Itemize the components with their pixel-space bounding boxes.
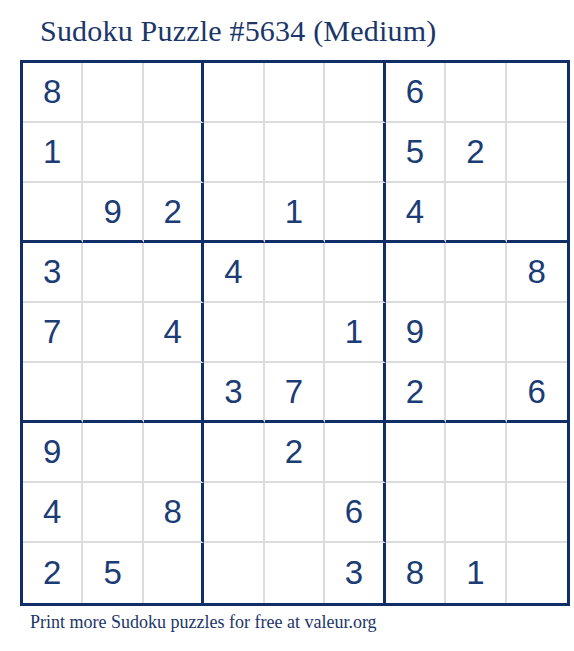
cell-r1c1: 8 <box>23 63 83 123</box>
cell-r2c9[interactable] <box>507 123 567 183</box>
cell-r2c6[interactable] <box>325 123 385 183</box>
cell-r9c9[interactable] <box>507 543 567 603</box>
footer-text: Print more Sudoku puzzles for free at va… <box>30 612 377 633</box>
cell-r8c3: 8 <box>144 483 204 543</box>
cell-r1c4[interactable] <box>204 63 264 123</box>
cell-r5c7: 9 <box>386 303 446 363</box>
cell-r4c8[interactable] <box>446 243 506 303</box>
cell-r4c4: 4 <box>204 243 264 303</box>
cell-r9c7: 8 <box>386 543 446 603</box>
cell-r9c8: 1 <box>446 543 506 603</box>
cell-r2c3[interactable] <box>144 123 204 183</box>
cell-r4c9: 8 <box>507 243 567 303</box>
cell-r4c2[interactable] <box>83 243 143 303</box>
cell-r7c6[interactable] <box>325 423 385 483</box>
cell-r8c6: 6 <box>325 483 385 543</box>
cell-r7c8[interactable] <box>446 423 506 483</box>
cell-r2c1: 1 <box>23 123 83 183</box>
cell-r3c6[interactable] <box>325 183 385 243</box>
cell-r3c2: 9 <box>83 183 143 243</box>
cell-r9c5[interactable] <box>265 543 325 603</box>
cell-r2c5[interactable] <box>265 123 325 183</box>
cell-r7c7[interactable] <box>386 423 446 483</box>
cell-r6c9: 6 <box>507 363 567 423</box>
cell-r1c7: 6 <box>386 63 446 123</box>
cell-r5c6: 1 <box>325 303 385 363</box>
cell-r6c1[interactable] <box>23 363 83 423</box>
cell-r7c4[interactable] <box>204 423 264 483</box>
cell-r9c3[interactable] <box>144 543 204 603</box>
cell-r1c2[interactable] <box>83 63 143 123</box>
cell-r9c2: 5 <box>83 543 143 603</box>
cell-r3c9[interactable] <box>507 183 567 243</box>
cell-r1c3[interactable] <box>144 63 204 123</box>
cell-r2c2[interactable] <box>83 123 143 183</box>
cell-r5c9[interactable] <box>507 303 567 363</box>
cell-r6c7: 2 <box>386 363 446 423</box>
cell-r4c5[interactable] <box>265 243 325 303</box>
cell-r6c6[interactable] <box>325 363 385 423</box>
cell-r4c7[interactable] <box>386 243 446 303</box>
cell-r5c2[interactable] <box>83 303 143 363</box>
cell-r6c4: 3 <box>204 363 264 423</box>
cell-r1c8[interactable] <box>446 63 506 123</box>
cell-r2c4[interactable] <box>204 123 264 183</box>
sudoku-board: 861529214348741937269248625381 <box>20 60 570 606</box>
cell-r2c8: 2 <box>446 123 506 183</box>
cell-r6c5: 7 <box>265 363 325 423</box>
cell-r9c1: 2 <box>23 543 83 603</box>
cell-r3c5: 1 <box>265 183 325 243</box>
cell-r2c7: 5 <box>386 123 446 183</box>
cell-r4c3[interactable] <box>144 243 204 303</box>
cell-r9c6: 3 <box>325 543 385 603</box>
cell-r1c9[interactable] <box>507 63 567 123</box>
cell-r3c7: 4 <box>386 183 446 243</box>
cell-r1c5[interactable] <box>265 63 325 123</box>
cell-r7c9[interactable] <box>507 423 567 483</box>
cell-r8c9[interactable] <box>507 483 567 543</box>
cell-r6c8[interactable] <box>446 363 506 423</box>
cell-r8c4[interactable] <box>204 483 264 543</box>
cell-r8c7[interactable] <box>386 483 446 543</box>
cell-r3c4[interactable] <box>204 183 264 243</box>
cell-r8c2[interactable] <box>83 483 143 543</box>
cell-r5c3: 4 <box>144 303 204 363</box>
cell-r4c1: 3 <box>23 243 83 303</box>
cell-r1c6[interactable] <box>325 63 385 123</box>
cell-r3c8[interactable] <box>446 183 506 243</box>
cell-r3c1[interactable] <box>23 183 83 243</box>
cell-r5c8[interactable] <box>446 303 506 363</box>
cell-r7c2[interactable] <box>83 423 143 483</box>
cell-r8c8[interactable] <box>446 483 506 543</box>
cell-r5c4[interactable] <box>204 303 264 363</box>
cell-r7c3[interactable] <box>144 423 204 483</box>
page-title: Sudoku Puzzle #5634 (Medium) <box>40 14 436 48</box>
cell-r8c5[interactable] <box>265 483 325 543</box>
cell-r8c1: 4 <box>23 483 83 543</box>
cell-r6c3[interactable] <box>144 363 204 423</box>
cell-r3c3: 2 <box>144 183 204 243</box>
cell-r7c5: 2 <box>265 423 325 483</box>
cell-r4c6[interactable] <box>325 243 385 303</box>
cell-r5c5[interactable] <box>265 303 325 363</box>
cell-r6c2[interactable] <box>83 363 143 423</box>
cell-r9c4[interactable] <box>204 543 264 603</box>
cell-r5c1: 7 <box>23 303 83 363</box>
cell-r7c1: 9 <box>23 423 83 483</box>
